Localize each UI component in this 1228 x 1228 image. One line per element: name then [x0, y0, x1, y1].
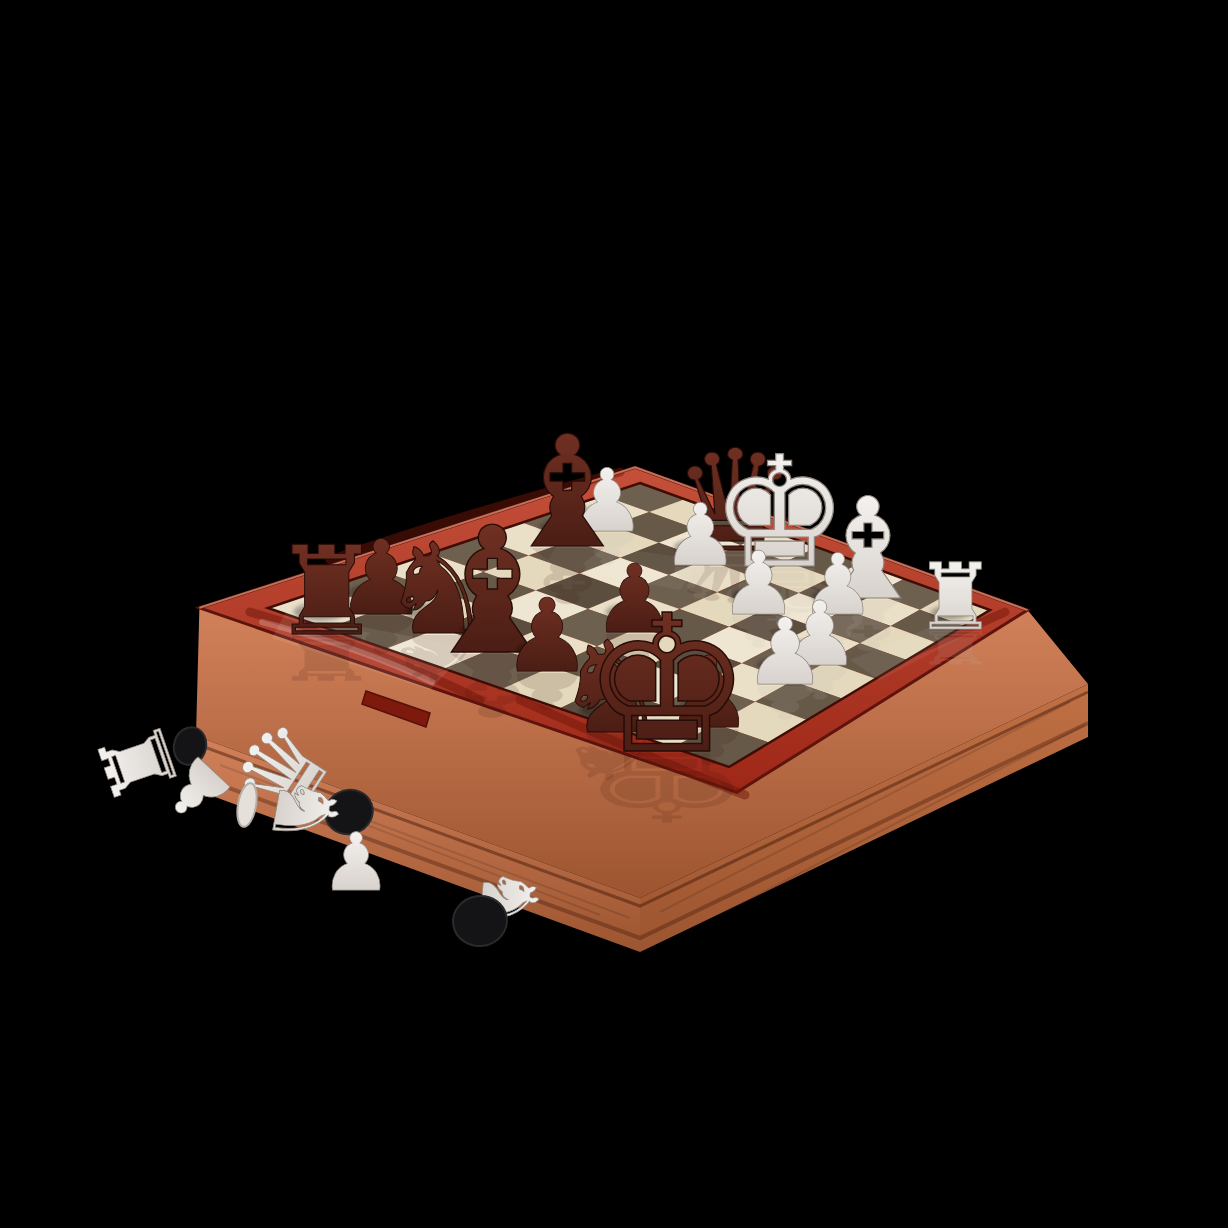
- fallen-piece-glyph: ♟: [320, 816, 392, 909]
- piece-glyph: ♚: [582, 574, 753, 796]
- piece-black-king-g8[interactable]: ♚♚: [582, 574, 753, 842]
- chess-photo-stage: ♜ ♟♟♝♝♛♛♟♟♚♚♝♝♟♟♟♟♟♟♜♜♞♞♟♟♜♜♝♝♟♟♟♟♟♟♟♟♞♞…: [0, 0, 1228, 1228]
- piece-glyph: ♜: [914, 543, 997, 651]
- piece-white-pawn-g5[interactable]: ♟♟: [744, 598, 827, 729]
- piece-white-rook-h1[interactable]: ♜♜: [914, 543, 997, 674]
- fallen-white-pawn-4[interactable]: ♟: [320, 816, 392, 909]
- piece-glyph: ♟: [744, 598, 827, 706]
- chess-scene: ♜ ♟♟♝♝♛♛♟♟♚♚♝♝♟♟♟♟♟♟♜♜♞♞♟♟♜♜♝♝♟♟♟♟♟♟♟♟♞♞…: [0, 0, 1228, 1228]
- piece-glyph: ♜: [272, 520, 382, 663]
- piece-black-rook-a8[interactable]: ♜♜: [271, 520, 381, 693]
